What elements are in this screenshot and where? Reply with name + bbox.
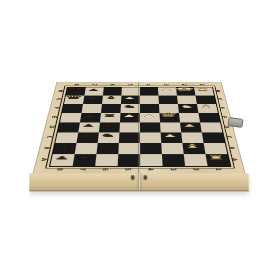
file-label-left: D	[48, 126, 55, 129]
square-c7[interactable]	[76, 132, 98, 143]
rank-label-back: 1	[199, 84, 205, 86]
rank-label-back: 5	[127, 84, 133, 86]
square-b1[interactable]	[204, 143, 228, 154]
rank-label-back: 3	[163, 84, 169, 86]
rank-label-back: 4	[145, 84, 151, 86]
square-f8[interactable]	[62, 104, 83, 113]
square-a8[interactable]	[50, 154, 74, 166]
rook-icon: ♜	[188, 88, 218, 91]
chessboard: 8877665544332211AABBCCDDEEFFGGHH ♚♛♟♟♜♟♟…	[34, 82, 244, 173]
square-b3[interactable]	[161, 143, 183, 154]
square-a3[interactable]	[162, 154, 185, 166]
square-b8[interactable]	[53, 143, 77, 154]
rank-label-front: 7	[78, 168, 86, 171]
file-label-left: A	[40, 158, 48, 161]
file-label-right: B	[227, 147, 235, 150]
square-a2[interactable]	[184, 154, 208, 166]
file-label-left: C	[46, 136, 53, 139]
box-front-edge	[29, 173, 249, 191]
latch-icon	[144, 175, 147, 180]
file-label-right: G	[216, 98, 223, 100]
rank-label-back: 6	[109, 84, 115, 86]
square-b5[interactable]	[118, 143, 140, 154]
square-a7[interactable]	[73, 154, 97, 166]
box-front-seam	[137, 173, 140, 190]
file-label-left: B	[43, 147, 51, 150]
file-label-left: F	[53, 107, 60, 109]
square-c6[interactable]	[98, 132, 120, 143]
rank-label-back: 7	[91, 84, 97, 86]
square-g3[interactable]	[158, 96, 177, 105]
square-g2[interactable]	[177, 96, 197, 105]
square-c1[interactable]	[202, 132, 225, 143]
square-c3[interactable]	[161, 132, 183, 143]
file-label-right: A	[230, 158, 238, 161]
square-e1[interactable]	[198, 113, 220, 122]
rank-label-front: 6	[101, 168, 109, 171]
rank-label-front: 3	[169, 168, 177, 171]
square-c5[interactable]	[119, 132, 140, 143]
rank-label-front: 2	[192, 168, 200, 171]
square-c4[interactable]	[140, 132, 161, 143]
latch-icon	[131, 175, 134, 180]
hinge-clasp	[228, 117, 244, 128]
pawn-icon: ♟	[115, 97, 145, 100]
pawn-icon: ♟	[79, 89, 109, 92]
square-c2[interactable]	[181, 132, 203, 143]
square-a6[interactable]	[95, 154, 118, 166]
square-b2[interactable]	[182, 143, 205, 154]
square-b6[interactable]	[96, 143, 118, 154]
square-f7[interactable]	[81, 104, 101, 113]
rank-label-front: 4	[147, 168, 154, 171]
square-d4[interactable]	[140, 122, 161, 132]
square-b4[interactable]	[140, 143, 162, 154]
bishop-icon: ♝	[190, 104, 221, 108]
rank-label-front: 5	[124, 168, 131, 171]
rank-label-front: 8	[56, 168, 64, 171]
square-a5[interactable]	[118, 154, 140, 166]
square-c8[interactable]	[55, 132, 78, 143]
file-label-left: E	[51, 116, 58, 118]
square-a1[interactable]	[206, 154, 231, 166]
file-label-right: C	[225, 136, 232, 139]
square-b7[interactable]	[75, 143, 98, 154]
rank-label-front: 1	[214, 168, 222, 171]
knight-icon: ♞	[114, 105, 145, 109]
queen-icon: ♛	[153, 112, 185, 117]
square-a4[interactable]	[140, 154, 163, 166]
product-photo: 8877665544332211AABBCCDDEEFFGGHH ♚♛♟♟♜♟♟…	[0, 0, 272, 272]
file-label-right: E	[220, 116, 227, 118]
